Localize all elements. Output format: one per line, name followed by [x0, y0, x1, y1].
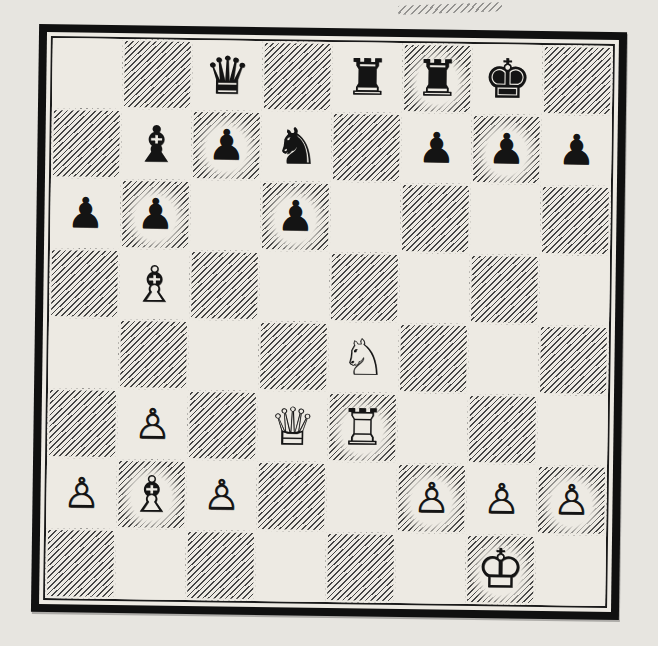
- square-g1: ♔: [465, 534, 536, 605]
- square-a2: ♙: [46, 458, 117, 529]
- white-pawn-g2: ♙: [466, 464, 537, 535]
- square-d4: [258, 321, 329, 392]
- square-h1: [535, 535, 606, 606]
- black-rook-f8: ♜: [402, 43, 473, 114]
- square-c1: [185, 530, 256, 601]
- chess-board-frame: ♛♜♜♚♝♟♞♟♟♟♟♟♟♗♘♙♕♖♙♗♙♙♙♙♔: [31, 24, 627, 620]
- square-a4: [48, 318, 119, 389]
- square-h7: ♟: [541, 115, 612, 186]
- frame-inner-rule: ♛♜♜♚♝♟♞♟♟♟♟♟♟♗♘♙♕♖♙♗♙♙♙♙♔: [43, 36, 615, 608]
- square-c3: [187, 390, 258, 461]
- square-a5: [49, 248, 120, 319]
- square-c8: ♛: [192, 40, 263, 111]
- square-f3: [397, 393, 468, 464]
- square-e1: [325, 532, 396, 603]
- square-c4: [188, 320, 259, 391]
- chess-board: ♛♜♜♚♝♟♞♟♟♟♟♟♟♗♘♙♕♖♙♗♙♙♙♙♔: [45, 38, 613, 606]
- black-queen-c8: ♛: [192, 40, 263, 111]
- black-king-g8: ♚: [472, 44, 543, 115]
- square-a1: [45, 528, 116, 599]
- square-f1: [395, 533, 466, 604]
- square-c7: ♟: [191, 110, 262, 181]
- square-h6: [540, 185, 611, 256]
- square-b3: ♙: [117, 389, 188, 460]
- square-e4: ♘: [328, 322, 399, 393]
- square-f7: ♟: [401, 113, 472, 184]
- black-pawn-a6: ♟: [50, 178, 121, 249]
- black-pawn-d6: ♟: [260, 181, 331, 252]
- black-pawn-c7: ♟: [191, 110, 262, 181]
- square-e7: [331, 112, 402, 183]
- square-g6: [470, 184, 541, 255]
- square-c5: [189, 250, 260, 321]
- square-d8: [262, 41, 333, 112]
- square-e6: [330, 182, 401, 253]
- print-smudge-artifact: [398, 2, 502, 15]
- white-king-g1: ♔: [465, 534, 536, 605]
- black-knight-d7: ♞: [261, 111, 332, 182]
- square-h3: [537, 395, 608, 466]
- white-pawn-b3: ♙: [117, 389, 188, 460]
- square-b6: ♟: [120, 179, 191, 250]
- white-pawn-a2: ♙: [46, 458, 117, 529]
- square-f2: ♙: [396, 463, 467, 534]
- square-h2: ♙: [536, 465, 607, 536]
- square-b1: [115, 529, 186, 600]
- square-h8: [542, 45, 613, 116]
- white-queen-d3: ♕: [257, 391, 328, 462]
- square-a8: [52, 38, 123, 109]
- frame-gap: ♛♜♜♚♝♟♞♟♟♟♟♟♟♗♘♙♕♖♙♗♙♙♙♙♔: [39, 32, 619, 612]
- white-bishop-b5: ♗: [119, 249, 190, 320]
- square-a7: [51, 108, 122, 179]
- square-b2: ♗: [116, 459, 187, 530]
- white-pawn-h2: ♙: [536, 465, 607, 536]
- square-e2: [326, 462, 397, 533]
- square-g3: [467, 394, 538, 465]
- square-a3: [47, 388, 118, 459]
- square-d6: ♟: [260, 181, 331, 252]
- square-f6: [400, 183, 471, 254]
- square-a6: ♟: [50, 178, 121, 249]
- square-g8: ♚: [472, 44, 543, 115]
- black-pawn-f7: ♟: [401, 113, 472, 184]
- square-d7: ♞: [261, 111, 332, 182]
- square-g2: ♙: [466, 464, 537, 535]
- square-e3: ♖: [327, 392, 398, 463]
- square-e8: ♜: [332, 42, 403, 113]
- square-f4: [398, 323, 469, 394]
- square-b5: ♗: [119, 249, 190, 320]
- square-g7: ♟: [471, 114, 542, 185]
- white-bishop-b2: ♗: [116, 459, 187, 530]
- black-rook-e8: ♜: [332, 42, 403, 113]
- square-g4: [468, 324, 539, 395]
- white-rook-e3: ♖: [327, 392, 398, 463]
- square-h4: [538, 325, 609, 396]
- white-knight-e4: ♘: [328, 322, 399, 393]
- scanned-page: ♛♜♜♚♝♟♞♟♟♟♟♟♟♗♘♙♕♖♙♗♙♙♙♙♔: [0, 0, 658, 646]
- square-b7: ♝: [121, 109, 192, 180]
- square-d1: [255, 531, 326, 602]
- square-d5: [259, 251, 330, 322]
- square-b8: [122, 39, 193, 110]
- square-f8: ♜: [402, 43, 473, 114]
- square-c6: [190, 180, 261, 251]
- square-g5: [469, 254, 540, 325]
- black-bishop-b7: ♝: [121, 109, 192, 180]
- black-pawn-h7: ♟: [541, 115, 612, 186]
- white-pawn-c2: ♙: [186, 460, 257, 531]
- black-pawn-b6: ♟: [120, 179, 191, 250]
- square-d2: [256, 461, 327, 532]
- square-h5: [539, 255, 610, 326]
- square-e5: [329, 252, 400, 323]
- square-d3: ♕: [257, 391, 328, 462]
- white-pawn-f2: ♙: [396, 463, 467, 534]
- square-f5: [399, 253, 470, 324]
- square-c2: ♙: [186, 460, 257, 531]
- black-pawn-g7: ♟: [471, 114, 542, 185]
- square-b4: [118, 319, 189, 390]
